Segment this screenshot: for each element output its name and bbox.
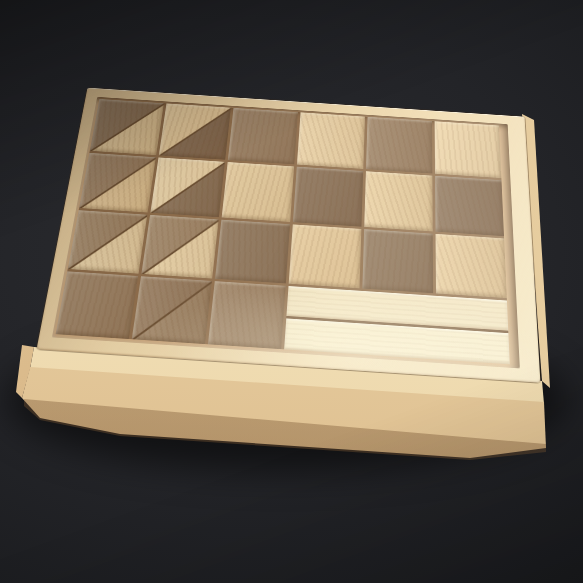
- block-dark-square-r1c5[interactable]: [366, 117, 432, 174]
- block-split-square-r4c2[interactable]: [132, 276, 212, 344]
- tray-top-surface: [37, 88, 541, 383]
- block-dark-square-r3c3[interactable]: [215, 220, 290, 284]
- table-background: [0, 0, 583, 583]
- block-split-square-r2c2[interactable]: [150, 157, 225, 217]
- board-grid: [56, 99, 510, 364]
- block-split-square-r3c2[interactable]: [141, 215, 218, 279]
- block-light-square-r1c4[interactable]: [297, 112, 365, 169]
- block-light-square-r2c3[interactable]: [222, 162, 294, 222]
- tray-floor: [52, 97, 520, 369]
- wooden-tray: [37, 0, 564, 383]
- block-split-square-r1c2[interactable]: [159, 103, 231, 159]
- block-dark-square-r2c6[interactable]: [435, 176, 504, 236]
- block-split-square-r2c1[interactable]: [79, 153, 156, 213]
- block-dark-square-r1c3[interactable]: [228, 108, 298, 164]
- block-light-square-r2c5[interactable]: [364, 171, 433, 231]
- block-light-square-r3c6[interactable]: [436, 234, 507, 298]
- block-dark-square-r4c3[interactable]: [208, 281, 286, 349]
- block-dark-square-r3c5[interactable]: [362, 229, 433, 293]
- block-dark-square-r2c4[interactable]: [293, 167, 363, 227]
- tray-frame: [37, 88, 541, 383]
- block-light-square-r1c6[interactable]: [435, 121, 502, 178]
- plank-blocks-r4[interactable]: [284, 286, 510, 364]
- block-dark-square-r4c1[interactable]: [56, 271, 139, 339]
- block-light-square-r3c4[interactable]: [289, 224, 362, 288]
- block-split-square-r1c1[interactable]: [90, 99, 164, 155]
- block-split-square-r3c1[interactable]: [68, 210, 148, 273]
